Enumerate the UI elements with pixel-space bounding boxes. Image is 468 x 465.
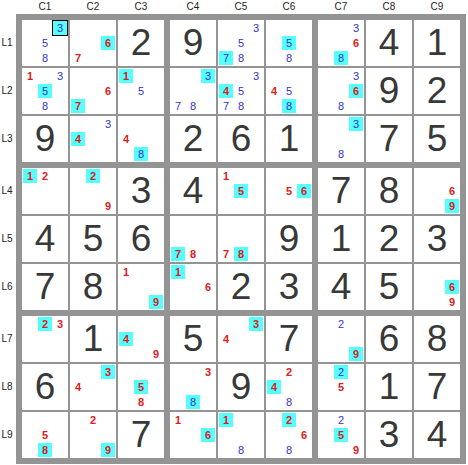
candidate-5-highlighted[interactable]: 5: [134, 380, 148, 394]
candidate-3[interactable]: 3: [53, 69, 67, 83]
candidate-5-highlighted[interactable]: 5: [234, 184, 248, 198]
candidate-5-highlighted[interactable]: 5: [282, 36, 296, 50]
cell-r1c7[interactable]: 368: [318, 20, 364, 66]
cell-r7c5[interactable]: 34: [218, 316, 264, 362]
candidate-6[interactable]: 6: [201, 280, 215, 294]
candidate-3-highlighted[interactable]: 3: [249, 317, 263, 331]
cell-r5c5[interactable]: 78: [218, 216, 264, 262]
cell-r3c4[interactable]: 2: [170, 116, 216, 162]
candidate-5[interactable]: 5: [282, 184, 296, 198]
cell-r7c9[interactable]: 8: [414, 316, 460, 362]
cell-r4c2[interactable]: 29: [70, 168, 116, 214]
cell-r8c3[interactable]: 58: [118, 364, 164, 410]
cell-r5c3[interactable]: 6: [118, 216, 164, 262]
candidate-8-highlighted[interactable]: 8: [282, 99, 296, 113]
cell-r4c5[interactable]: 15: [218, 168, 264, 214]
candidate-2-highlighted[interactable]: 2: [334, 365, 348, 379]
cell-r6c6[interactable]: 3: [266, 264, 312, 310]
row-label-5: L5: [0, 233, 14, 244]
cell-r7c8[interactable]: 6: [366, 316, 412, 362]
column-label-7: C7: [335, 1, 348, 12]
cell-r6c9[interactable]: 69: [414, 264, 460, 310]
big-digit: 5: [414, 116, 460, 162]
candidate-9[interactable]: 9: [445, 295, 459, 309]
big-digit: 1: [414, 20, 460, 66]
candidate-7[interactable]: 7: [219, 99, 233, 113]
candidate-2[interactable]: 2: [86, 413, 100, 427]
big-digit: 4: [366, 20, 412, 66]
cell-r9c8[interactable]: 3: [366, 412, 412, 458]
candidate-8[interactable]: 8: [234, 443, 248, 457]
row-label-8: L8: [0, 381, 14, 392]
candidate-8[interactable]: 8: [234, 99, 248, 113]
candidate-7-highlighted[interactable]: 7: [71, 99, 85, 113]
cell-r3c2[interactable]: 34: [70, 116, 116, 162]
row-label-4: L4: [0, 185, 14, 196]
candidate-5[interactable]: 5: [234, 36, 248, 50]
candidate-6-highlighted[interactable]: 6: [445, 280, 459, 294]
cell-r4c1[interactable]: 12: [22, 168, 68, 214]
candidate-9-highlighted[interactable]: 9: [101, 443, 115, 457]
candidate-4-highlighted[interactable]: 4: [119, 332, 133, 346]
cell-r5c7[interactable]: 1: [318, 216, 364, 262]
candidate-8[interactable]: 8: [334, 99, 348, 113]
cell-r2c9[interactable]: 2: [414, 68, 460, 114]
candidate-4[interactable]: 4: [267, 84, 281, 98]
cell-r8c9[interactable]: 7: [414, 364, 460, 410]
candidate-8[interactable]: 8: [38, 99, 52, 113]
candidate-2[interactable]: 2: [334, 317, 348, 331]
cell-r5c4[interactable]: 78: [170, 216, 216, 262]
cell-r7c6[interactable]: 7: [266, 316, 312, 362]
cell-r4c8[interactable]: 8: [366, 168, 412, 214]
candidate-3[interactable]: 3: [249, 21, 263, 35]
candidate-3[interactable]: 3: [349, 21, 363, 35]
candidate-2[interactable]: 2: [334, 413, 348, 427]
big-digit: 6: [218, 116, 264, 162]
big-digit: 2: [170, 116, 216, 162]
big-digit: 7: [414, 364, 460, 410]
candidate-5[interactable]: 5: [282, 84, 296, 98]
big-digit: 9: [170, 20, 216, 66]
row-label-1: L1: [0, 37, 14, 48]
cell-r1c5[interactable]: 3578: [218, 20, 264, 66]
candidate-3-selected[interactable]: 3: [52, 20, 68, 36]
candidate-8[interactable]: 8: [234, 51, 248, 65]
cell-r9c2[interactable]: 29: [70, 412, 116, 458]
cell-r1c4[interactable]: 9: [170, 20, 216, 66]
candidate-8-highlighted[interactable]: 8: [186, 395, 200, 409]
candidate-6-highlighted[interactable]: 6: [297, 184, 311, 198]
cell-r8c5[interactable]: 9: [218, 364, 264, 410]
cell-r3c1[interactable]: 9: [22, 116, 68, 162]
cell-r3c5[interactable]: 6: [218, 116, 264, 162]
cell-r8c6[interactable]: 248: [266, 364, 312, 410]
candidate-7-highlighted[interactable]: 7: [219, 51, 233, 65]
cell-r1c3[interactable]: 2: [118, 20, 164, 66]
candidate-9-highlighted[interactable]: 9: [445, 199, 459, 213]
big-digit: 8: [70, 264, 116, 310]
cell-r2c6[interactable]: 458: [266, 68, 312, 114]
cell-r1c9[interactable]: 1: [414, 20, 460, 66]
big-digit: 3: [118, 168, 164, 214]
cell-r9c5[interactable]: 18: [218, 412, 264, 458]
cell-r9c9[interactable]: 4: [414, 412, 460, 458]
candidate-8[interactable]: 8: [282, 51, 296, 65]
column-label-2: C2: [87, 1, 100, 12]
candidate-6[interactable]: 6: [445, 184, 459, 198]
candidate-8-highlighted[interactable]: 8: [134, 147, 148, 161]
candidate-2-highlighted[interactable]: 2: [38, 317, 52, 331]
big-digit: 6: [22, 364, 68, 410]
big-digit: 5: [70, 216, 116, 262]
cell-r6c4[interactable]: 16: [170, 264, 216, 310]
big-digit: 2: [118, 20, 164, 66]
big-digit: 4: [318, 264, 364, 310]
big-digit: 1: [366, 364, 412, 410]
big-digit: 7: [318, 168, 364, 214]
cell-r4c3[interactable]: 3: [118, 168, 164, 214]
cell-r9c1[interactable]: 58: [22, 412, 68, 458]
candidate-4-highlighted[interactable]: 4: [219, 84, 233, 98]
cell-r3c9[interactable]: 5: [414, 116, 460, 162]
candidate-3-highlighted[interactable]: 3: [201, 69, 215, 83]
cell-r1c2[interactable]: 67: [70, 20, 116, 66]
big-digit: 7: [366, 116, 412, 162]
cell-r9c7[interactable]: 259: [318, 412, 364, 458]
cell-r9c4[interactable]: 16: [170, 412, 216, 458]
candidate-3-highlighted[interactable]: 3: [101, 365, 115, 379]
big-digit: 7: [22, 264, 68, 310]
big-digit: 4: [22, 216, 68, 262]
cell-r7c3[interactable]: 49: [118, 316, 164, 362]
cell-r7c2[interactable]: 1: [70, 316, 116, 362]
candidate-4[interactable]: 4: [71, 380, 85, 394]
row-label-3: L3: [0, 133, 14, 144]
big-digit: 7: [118, 412, 164, 458]
column-label-8: C8: [383, 1, 396, 12]
big-digit: 4: [414, 412, 460, 458]
big-digit: 8: [414, 316, 460, 362]
cell-r5c8[interactable]: 2: [366, 216, 412, 262]
candidate-8[interactable]: 8: [186, 99, 200, 113]
cell-r7c7[interactable]: 29: [318, 316, 364, 362]
column-label-6: C6: [283, 1, 296, 12]
candidate-2-highlighted[interactable]: 2: [282, 413, 296, 427]
column-label-5: C5: [235, 1, 248, 12]
cell-r6c7[interactable]: 4: [318, 264, 364, 310]
cell-r6c8[interactable]: 5: [366, 264, 412, 310]
cell-r4c9[interactable]: 69: [414, 168, 460, 214]
cell-r8c2[interactable]: 34: [70, 364, 116, 410]
big-digit: 4: [170, 168, 216, 214]
cell-r1c8[interactable]: 4: [366, 20, 412, 66]
candidate-3[interactable]: 3: [101, 117, 115, 131]
cell-r9c6[interactable]: 268: [266, 412, 312, 458]
row-label-6: L6: [0, 281, 14, 292]
cell-r5c1[interactable]: 4: [22, 216, 68, 262]
candidate-8-highlighted[interactable]: 8: [334, 51, 348, 65]
candidate-3[interactable]: 3: [349, 69, 363, 83]
candidate-8[interactable]: 8: [282, 443, 296, 457]
candidate-1[interactable]: 1: [171, 413, 185, 427]
candidate-8[interactable]: 8: [186, 247, 200, 261]
candidate-7[interactable]: 7: [219, 247, 233, 261]
big-digit: 5: [170, 316, 216, 362]
candidate-6-highlighted[interactable]: 6: [349, 84, 363, 98]
candidate-7[interactable]: 7: [71, 51, 85, 65]
column-label-1: C1: [39, 1, 52, 12]
candidate-4[interactable]: 4: [219, 332, 233, 346]
cell-r7c1[interactable]: 23: [22, 316, 68, 362]
candidate-7-highlighted[interactable]: 7: [171, 247, 185, 261]
candidate-8[interactable]: 8: [282, 395, 296, 409]
candidate-1-highlighted[interactable]: 1: [119, 69, 133, 83]
cell-r8c8[interactable]: 1: [366, 364, 412, 410]
candidate-6[interactable]: 6: [101, 84, 115, 98]
cell-r1c1[interactable]: 358: [22, 20, 68, 66]
big-digit: 1: [318, 216, 364, 262]
candidate-5[interactable]: 5: [334, 380, 348, 394]
candidate-2[interactable]: 2: [282, 365, 296, 379]
big-digit: 5: [366, 264, 412, 310]
candidate-5[interactable]: 5: [38, 428, 52, 442]
candidate-6-highlighted[interactable]: 6: [201, 428, 215, 442]
candidate-8-highlighted[interactable]: 8: [234, 247, 248, 261]
big-digit: 9: [22, 116, 68, 162]
candidate-5[interactable]: 5: [134, 84, 148, 98]
cell-r8c7[interactable]: 25: [318, 364, 364, 410]
candidate-1[interactable]: 1: [219, 169, 233, 183]
candidate-1[interactable]: 1: [119, 265, 133, 279]
column-label-3: C3: [135, 1, 148, 12]
cell-r2c3[interactable]: 15: [118, 68, 164, 114]
cell-r6c3[interactable]: 19: [118, 264, 164, 310]
candidate-5[interactable]: 5: [234, 84, 248, 98]
big-digit: 3: [366, 412, 412, 458]
candidate-3[interactable]: 3: [201, 365, 215, 379]
candidate-9-highlighted[interactable]: 9: [149, 295, 163, 309]
candidate-9-highlighted[interactable]: 9: [349, 347, 363, 361]
big-digit: 2: [218, 264, 264, 310]
candidate-5-highlighted[interactable]: 5: [334, 428, 348, 442]
big-digit: 6: [366, 316, 412, 362]
candidate-1-highlighted[interactable]: 1: [219, 413, 233, 427]
cell-r4c6[interactable]: 56: [266, 168, 312, 214]
candidate-6[interactable]: 6: [297, 428, 311, 442]
row-label-2: L2: [0, 85, 14, 96]
cell-r6c2[interactable]: 8: [70, 264, 116, 310]
big-digit: 2: [366, 216, 412, 262]
candidate-5[interactable]: 5: [38, 36, 52, 50]
candidate-9[interactable]: 9: [101, 199, 115, 213]
column-label-9: C9: [431, 1, 444, 12]
candidate-3[interactable]: 3: [53, 317, 67, 331]
big-digit: 3: [414, 216, 460, 262]
candidate-7[interactable]: 7: [171, 99, 185, 113]
candidate-6[interactable]: 6: [349, 36, 363, 50]
candidate-1[interactable]: 1: [23, 69, 37, 83]
big-digit: 1: [70, 316, 116, 362]
big-digit: 2: [414, 68, 460, 114]
cell-r1c6[interactable]: 58: [266, 20, 312, 66]
cell-r3c7[interactable]: 38: [318, 116, 364, 162]
row-label-7: L7: [0, 333, 14, 344]
big-digit: 8: [366, 168, 412, 214]
candidate-2-highlighted[interactable]: 2: [86, 169, 100, 183]
candidate-5-highlighted[interactable]: 5: [38, 84, 52, 98]
candidate-8[interactable]: 8: [334, 147, 348, 161]
cell-r5c6[interactable]: 9: [266, 216, 312, 262]
cell-r3c6[interactable]: 1: [266, 116, 312, 162]
candidate-1-highlighted[interactable]: 1: [171, 265, 185, 279]
cell-r8c4[interactable]: 38: [170, 364, 216, 410]
candidate-3[interactable]: 3: [249, 69, 263, 83]
big-digit: 1: [266, 116, 312, 162]
cell-r2c4[interactable]: 378: [170, 68, 216, 114]
candidate-1-highlighted[interactable]: 1: [23, 169, 37, 183]
cell-r7c4[interactable]: 5: [170, 316, 216, 362]
cell-r4c7[interactable]: 7: [318, 168, 364, 214]
candidate-4-highlighted[interactable]: 4: [267, 380, 281, 394]
column-label-4: C4: [187, 1, 200, 12]
candidate-2[interactable]: 2: [38, 169, 52, 183]
candidate-4[interactable]: 4: [119, 132, 133, 146]
cell-r2c7[interactable]: 368: [318, 68, 364, 114]
cell-r2c2[interactable]: 67: [70, 68, 116, 114]
big-digit: 6: [118, 216, 164, 262]
candidate-8[interactable]: 8: [134, 395, 148, 409]
cell-r4c4[interactable]: 4: [170, 168, 216, 214]
cell-r3c8[interactable]: 7: [366, 116, 412, 162]
row-label-9: L9: [0, 429, 14, 440]
candidate-6-highlighted[interactable]: 6: [101, 36, 115, 50]
cell-r8c1[interactable]: 6: [22, 364, 68, 410]
candidate-8[interactable]: 8: [38, 51, 52, 65]
cell-r6c1[interactable]: 7: [22, 264, 68, 310]
cell-r5c2[interactable]: 5: [70, 216, 116, 262]
cell-r2c5[interactable]: 34578: [218, 68, 264, 114]
cell-r5c9[interactable]: 3: [414, 216, 460, 262]
candidate-9[interactable]: 9: [149, 347, 163, 361]
candidate-9[interactable]: 9: [349, 443, 363, 457]
big-digit: 7: [266, 316, 312, 362]
candidate-8-highlighted[interactable]: 8: [38, 443, 52, 457]
cell-r9c3[interactable]: 7: [118, 412, 164, 458]
cell-r2c8[interactable]: 9: [366, 68, 412, 114]
cell-r3c3[interactable]: 48: [118, 116, 164, 162]
candidate-4-highlighted[interactable]: 4: [71, 132, 85, 146]
sudoku-app: C1C2C3C4C5C6C7C8C9L1L2L3L4L5L6L7L8L93586…: [0, 0, 468, 465]
cell-r6c5[interactable]: 2: [218, 264, 264, 310]
candidate-3-highlighted[interactable]: 3: [349, 117, 363, 131]
big-digit: 9: [366, 68, 412, 114]
big-digit: 9: [266, 216, 312, 262]
cell-r2c1[interactable]: 1358: [22, 68, 68, 114]
big-digit: 3: [266, 264, 312, 310]
big-digit: 9: [218, 364, 264, 410]
